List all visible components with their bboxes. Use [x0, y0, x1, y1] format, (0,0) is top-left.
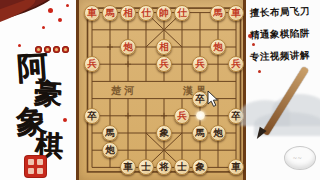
red-piece-帥[interactable]: 帥: [156, 5, 172, 21]
red-piece-車[interactable]: 車: [84, 5, 100, 21]
black-piece-車[interactable]: 車: [120, 159, 136, 175]
plum-blossom-icon: [63, 118, 67, 122]
black-piece-車[interactable]: 車: [228, 159, 244, 175]
black-piece-馬[interactable]: 馬: [102, 125, 118, 141]
right-panel: 擅长布局飞刀 精通象棋陷阱 专注视频讲解 ~~: [246, 0, 320, 180]
red-piece-車[interactable]: 車: [228, 5, 244, 21]
slogan-line-1: 擅长布局飞刀: [250, 5, 318, 20]
ink-dot-icon: [252, 43, 255, 46]
title-badge: [53, 46, 60, 53]
slogan-line-3: 专注视频讲解: [250, 49, 318, 64]
plum-blossom-icon: [48, 8, 53, 13]
seal-stamp-icon: [25, 156, 46, 177]
ink-pot-icon: ~~: [284, 146, 316, 170]
red-piece-兵[interactable]: 兵: [174, 108, 190, 124]
red-piece-仕[interactable]: 仕: [138, 5, 154, 21]
black-piece-将[interactable]: 将: [156, 159, 172, 175]
red-piece-仕[interactable]: 仕: [174, 5, 190, 21]
red-piece-炮[interactable]: 炮: [210, 39, 226, 55]
plum-blossom-icon: [18, 44, 21, 47]
black-piece-炮[interactable]: 炮: [210, 125, 226, 141]
red-piece-相[interactable]: 相: [156, 39, 172, 55]
red-piece-兵[interactable]: 兵: [156, 56, 172, 72]
plum-blossom-icon: [42, 26, 45, 29]
black-piece-卒[interactable]: 卒: [192, 91, 208, 107]
black-piece-象[interactable]: 象: [192, 159, 208, 175]
black-piece-士[interactable]: 士: [174, 159, 190, 175]
title-badge: [62, 46, 69, 53]
black-piece-炮[interactable]: 炮: [102, 142, 118, 158]
video-thumbnail: 阿 豪 象 棋 楚河 漢界 車馬相仕帥仕馬車炮相炮兵兵兵兵卒卒兵卒馬象馬炮炮車士…: [0, 0, 320, 180]
slogan-line-2: 精通象棋陷阱: [250, 27, 318, 42]
red-piece-兵[interactable]: 兵: [192, 56, 208, 72]
red-piece-炮[interactable]: 炮: [120, 39, 136, 55]
xiangqi-board[interactable]: 楚河 漢界 車馬相仕帥仕馬車炮相炮兵兵兵兵卒卒兵卒馬象馬炮炮車士将士象車: [76, 0, 246, 180]
left-panel: 阿 豪 象 棋: [0, 0, 78, 180]
red-piece-兵[interactable]: 兵: [84, 56, 100, 72]
black-piece-馬[interactable]: 馬: [192, 125, 208, 141]
ink-dot-icon: [248, 34, 252, 38]
black-piece-象[interactable]: 象: [156, 125, 172, 141]
black-piece-卒[interactable]: 卒: [84, 108, 100, 124]
red-piece-相[interactable]: 相: [120, 5, 136, 21]
last-move-marker: [196, 111, 205, 120]
plum-blossom-icon: [58, 18, 62, 22]
red-piece-馬[interactable]: 馬: [102, 5, 118, 21]
red-piece-馬[interactable]: 馬: [210, 5, 226, 21]
black-piece-士[interactable]: 士: [138, 159, 154, 175]
plum-blossom-icon: [66, 4, 69, 7]
ink-dot-icon: [258, 70, 261, 73]
red-piece-兵[interactable]: 兵: [228, 56, 244, 72]
piece-grid: 車馬相仕帥仕馬車炮相炮兵兵兵兵卒卒兵卒馬象馬炮炮車士将士象車: [83, 4, 245, 176]
